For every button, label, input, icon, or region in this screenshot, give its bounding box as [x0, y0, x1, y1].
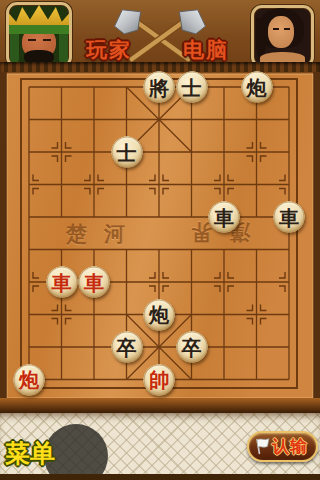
resign-button-label: 认输 — [272, 435, 308, 458]
white-flag-icon — [254, 437, 271, 456]
piece-black-chariot[interactable]: 車 — [274, 202, 305, 233]
bottom-bar — [0, 474, 320, 480]
avatar-face — [268, 16, 294, 48]
xiangqi-board[interactable]: 楚河 漢界 將士炮士車車車車炮卒卒炮帥 — [0, 72, 320, 413]
avatar-eye — [284, 28, 290, 30]
header-edge — [0, 62, 320, 72]
piece-red-general[interactable]: 帥 — [144, 364, 175, 395]
piece-black-soldier[interactable]: 卒 — [111, 332, 142, 363]
piece-red-chariot[interactable]: 車 — [79, 267, 110, 298]
piece-black-cannon[interactable]: 炮 — [144, 299, 175, 330]
avatar-eye — [273, 28, 279, 30]
piece-black-soldier[interactable]: 卒 — [176, 332, 207, 363]
player-avatar — [6, 2, 72, 68]
avatar-eye — [28, 39, 36, 41]
avatar-hair — [59, 29, 68, 63]
piece-red-chariot[interactable]: 車 — [46, 267, 77, 298]
menu-button-label[interactable]: 菜单 — [5, 437, 55, 470]
piece-black-cannon[interactable]: 炮 — [241, 72, 272, 103]
piece-black-advisor[interactable]: 士 — [176, 72, 207, 103]
avatar-headband — [9, 25, 69, 34]
piece-black-chariot[interactable]: 車 — [209, 202, 240, 233]
piece-red-cannon[interactable]: 炮 — [14, 364, 45, 395]
avatar-eye — [43, 39, 51, 41]
computer-label: 电脑 — [183, 36, 229, 64]
piece-black-general[interactable]: 將 — [144, 72, 175, 103]
computer-avatar — [251, 5, 314, 68]
header: 玩家 电脑 — [0, 0, 320, 72]
avatar-hair — [10, 29, 19, 63]
piece-black-advisor[interactable]: 士 — [111, 137, 142, 168]
resign-button[interactable]: 认输 — [247, 431, 318, 462]
game-screen: 玩家 电脑 — [0, 0, 320, 480]
footer: 菜单 认输 — [0, 413, 320, 480]
pieces-layer: 將士炮士車車車車炮卒卒炮帥 — [0, 72, 320, 413]
